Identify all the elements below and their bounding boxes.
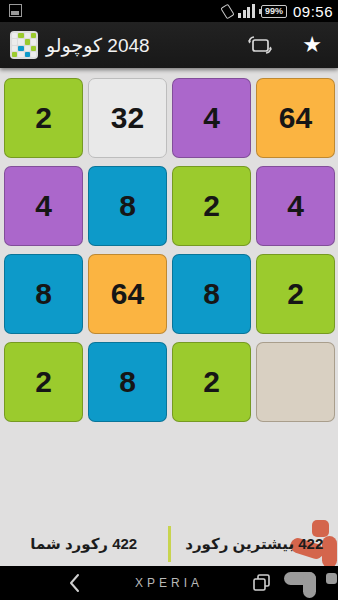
store-watermark-icon (303, 572, 316, 598)
records-strip: 422 رکورد شما 422 بیشترین رکورد (0, 522, 338, 566)
status-bar: 99% 09:56 (0, 0, 338, 22)
tile-r2c4: 4 (256, 166, 335, 246)
board-2048[interactable]: 232464482486482282 (4, 78, 335, 422)
signal-strength-icon (238, 4, 255, 18)
tile-r3c2: 64 (88, 254, 167, 334)
tile-r2c1: 4 (4, 166, 83, 246)
status-clock: 09:56 (293, 3, 333, 20)
app-bar: 2048 کوچولو ★ (0, 22, 338, 68)
tile-r4c2: 8 (88, 342, 167, 422)
rotate-icon (247, 33, 273, 57)
phone-screen: 99% 09:56 2048 کوچولو ★ 232464 (0, 0, 338, 600)
recent-apps-button[interactable] (250, 571, 274, 595)
favorite-star-button[interactable]: ★ (286, 22, 338, 68)
tile-r3c1: 8 (4, 254, 83, 334)
tile-r2c3: 2 (172, 166, 251, 246)
tile-r3c4: 2 (256, 254, 335, 334)
tile-r3c3: 8 (172, 254, 251, 334)
app-bar-actions: ★ (234, 22, 338, 68)
tile-r4c1: 2 (4, 342, 83, 422)
recents-icon (250, 571, 274, 595)
app-icon-2048 (10, 31, 38, 59)
your-record-label: 422 رکورد شما (0, 535, 168, 553)
screenshot-notification-icon (9, 4, 22, 17)
tile-r2c2: 8 (88, 166, 167, 246)
tile-r1c3: 4 (172, 78, 251, 158)
vibrate-icon (221, 3, 236, 19)
app-title: 2048 کوچولو (46, 22, 150, 68)
tile-r1c4: 64 (256, 78, 335, 158)
store-watermark-icon (326, 573, 337, 584)
best-record-label: 422 بیشترین رکورد (171, 535, 338, 553)
tile-r1c1: 2 (4, 78, 83, 158)
tile-r4c4 (256, 342, 335, 422)
status-bar-right: 99% 09:56 (223, 0, 333, 22)
star-icon: ★ (302, 34, 322, 56)
battery-icon: 99% (261, 5, 287, 18)
tile-r4c3: 2 (172, 342, 251, 422)
restart-rotate-button[interactable] (234, 22, 286, 68)
tile-r1c2: 32 (88, 78, 167, 158)
